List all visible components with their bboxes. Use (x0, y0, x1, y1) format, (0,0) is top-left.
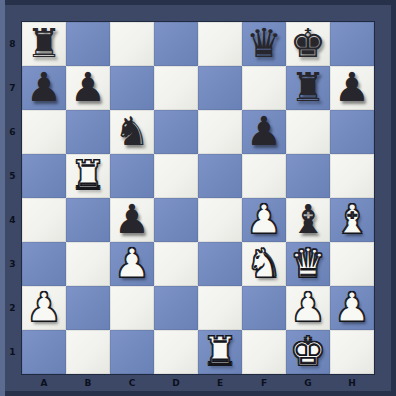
file-label-b: B (66, 374, 110, 396)
file-label-h: H (330, 374, 374, 396)
piece-black-pawn[interactable]: ♟ (114, 197, 150, 241)
square-d6[interactable] (154, 110, 198, 154)
square-d1[interactable] (154, 330, 198, 374)
file-label-e: E (198, 374, 242, 396)
file-label-f: F (242, 374, 286, 396)
square-h2[interactable]: ♟ (330, 286, 374, 330)
chess-board-frame: 87654321 ♜♛♚♟♟♜♟♞♟♜♟♟♝♝♟♞♛♟♟♟♜♚ ABCDEFGH (0, 0, 396, 396)
square-h4[interactable]: ♝ (330, 198, 374, 242)
piece-white-knight[interactable]: ♞ (246, 241, 282, 285)
square-c4[interactable]: ♟ (110, 198, 154, 242)
square-f8[interactable]: ♛ (242, 22, 286, 66)
rank-label-3: 3 (0, 242, 22, 286)
piece-white-rook[interactable]: ♜ (202, 329, 238, 373)
square-h8[interactable] (330, 22, 374, 66)
piece-black-pawn[interactable]: ♟ (26, 65, 62, 109)
square-f6[interactable]: ♟ (242, 110, 286, 154)
file-label-a: A (22, 374, 66, 396)
square-d8[interactable] (154, 22, 198, 66)
file-label-d: D (154, 374, 198, 396)
square-b2[interactable] (66, 286, 110, 330)
square-b7[interactable]: ♟ (66, 66, 110, 110)
piece-black-knight[interactable]: ♞ (114, 109, 150, 153)
square-g2[interactable]: ♟ (286, 286, 330, 330)
square-g6[interactable] (286, 110, 330, 154)
square-a6[interactable] (22, 110, 66, 154)
rank-label-2: 2 (0, 286, 22, 330)
square-h6[interactable] (330, 110, 374, 154)
square-b4[interactable] (66, 198, 110, 242)
square-c3[interactable]: ♟ (110, 242, 154, 286)
square-c7[interactable] (110, 66, 154, 110)
square-f3[interactable]: ♞ (242, 242, 286, 286)
file-labels: ABCDEFGH (22, 374, 374, 396)
piece-white-rook[interactable]: ♜ (70, 153, 106, 197)
piece-black-queen[interactable]: ♛ (246, 21, 282, 65)
piece-black-bishop[interactable]: ♝ (290, 197, 326, 241)
square-e3[interactable] (198, 242, 242, 286)
square-g5[interactable] (286, 154, 330, 198)
square-b3[interactable] (66, 242, 110, 286)
square-b1[interactable] (66, 330, 110, 374)
square-a7[interactable]: ♟ (22, 66, 66, 110)
piece-white-pawn[interactable]: ♟ (114, 241, 150, 285)
file-label-c: C (110, 374, 154, 396)
square-g4[interactable]: ♝ (286, 198, 330, 242)
square-a3[interactable] (22, 242, 66, 286)
rank-label-6: 6 (0, 110, 22, 154)
square-f2[interactable] (242, 286, 286, 330)
piece-white-pawn[interactable]: ♟ (290, 285, 326, 329)
file-label-g: G (286, 374, 330, 396)
chess-board: ♜♛♚♟♟♜♟♞♟♜♟♟♝♝♟♞♛♟♟♟♜♚ (22, 22, 374, 374)
square-h7[interactable]: ♟ (330, 66, 374, 110)
square-h3[interactable] (330, 242, 374, 286)
square-a2[interactable]: ♟ (22, 286, 66, 330)
square-g3[interactable]: ♛ (286, 242, 330, 286)
rank-label-4: 4 (0, 198, 22, 242)
square-f1[interactable] (242, 330, 286, 374)
square-f5[interactable] (242, 154, 286, 198)
square-g1[interactable]: ♚ (286, 330, 330, 374)
square-a5[interactable] (22, 154, 66, 198)
piece-white-bishop[interactable]: ♝ (334, 197, 370, 241)
square-e7[interactable] (198, 66, 242, 110)
square-d7[interactable] (154, 66, 198, 110)
square-g7[interactable]: ♜ (286, 66, 330, 110)
square-f4[interactable]: ♟ (242, 198, 286, 242)
square-d4[interactable] (154, 198, 198, 242)
piece-white-queen[interactable]: ♛ (290, 241, 326, 285)
rank-labels: 87654321 (0, 22, 22, 374)
square-h1[interactable] (330, 330, 374, 374)
square-e4[interactable] (198, 198, 242, 242)
piece-white-king[interactable]: ♚ (290, 329, 326, 373)
square-a1[interactable] (22, 330, 66, 374)
square-a4[interactable] (22, 198, 66, 242)
square-e2[interactable] (198, 286, 242, 330)
square-c8[interactable] (110, 22, 154, 66)
rank-label-1: 1 (0, 330, 22, 374)
square-b5[interactable]: ♜ (66, 154, 110, 198)
piece-white-pawn[interactable]: ♟ (246, 197, 282, 241)
piece-black-pawn[interactable]: ♟ (246, 109, 282, 153)
square-d2[interactable] (154, 286, 198, 330)
piece-black-pawn[interactable]: ♟ (334, 65, 370, 109)
piece-black-king[interactable]: ♚ (290, 21, 326, 65)
square-f7[interactable] (242, 66, 286, 110)
square-c6[interactable]: ♞ (110, 110, 154, 154)
piece-black-rook[interactable]: ♜ (26, 21, 62, 65)
square-b6[interactable] (66, 110, 110, 154)
square-g8[interactable]: ♚ (286, 22, 330, 66)
square-e5[interactable] (198, 154, 242, 198)
rank-label-8: 8 (0, 22, 22, 66)
square-c5[interactable] (110, 154, 154, 198)
rank-label-5: 5 (0, 154, 22, 198)
square-a8[interactable]: ♜ (22, 22, 66, 66)
square-c2[interactable] (110, 286, 154, 330)
square-d3[interactable] (154, 242, 198, 286)
square-b8[interactable] (66, 22, 110, 66)
square-e8[interactable] (198, 22, 242, 66)
square-e6[interactable] (198, 110, 242, 154)
rank-label-7: 7 (0, 66, 22, 110)
piece-white-pawn[interactable]: ♟ (26, 285, 62, 329)
square-e1[interactable]: ♜ (198, 330, 242, 374)
square-d5[interactable] (154, 154, 198, 198)
square-c1[interactable] (110, 330, 154, 374)
piece-black-rook[interactable]: ♜ (290, 65, 326, 109)
square-h5[interactable] (330, 154, 374, 198)
piece-black-pawn[interactable]: ♟ (70, 65, 106, 109)
piece-white-pawn[interactable]: ♟ (334, 285, 370, 329)
